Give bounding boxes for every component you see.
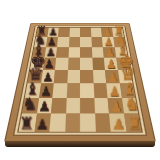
- square-c7[interactable]: ♟: [39, 83, 54, 98]
- square-e4[interactable]: [80, 58, 93, 70]
- chessboard: ♜♟♟♜♞♟♟♞♝♟♟♝♚♟♟♚♛♟♟♛♝♟♟♝♞♟♟♞♜♟♟♜: [4, 23, 156, 142]
- square-h6[interactable]: [58, 28, 69, 37]
- black-pawn-c7[interactable]: ♟: [39, 84, 53, 97]
- square-c2[interactable]: ♟: [106, 83, 121, 98]
- black-pawn-a7[interactable]: ♟: [34, 117, 49, 132]
- square-b7[interactable]: ♟: [36, 98, 52, 114]
- square-e6[interactable]: [55, 58, 68, 70]
- square-a2[interactable]: ♟: [109, 114, 126, 132]
- square-g4[interactable]: [80, 37, 91, 47]
- square-f6[interactable]: [56, 47, 68, 58]
- white-pawn-c2[interactable]: ♟: [108, 84, 122, 97]
- square-b2[interactable]: ♟: [108, 98, 124, 114]
- squares: ♜♟♟♜♞♟♟♞♝♟♟♝♚♟♟♚♛♟♟♛♝♟♟♝♞♟♟♞♜♟♟♜: [17, 27, 143, 132]
- square-a4[interactable]: [80, 114, 95, 132]
- black-pawn-b7[interactable]: ♟: [36, 100, 51, 114]
- white-pawn-e2[interactable]: ♟: [105, 58, 118, 70]
- square-e2[interactable]: ♟: [104, 58, 118, 70]
- black-rook-a8[interactable]: ♜: [19, 114, 34, 131]
- white-rook-a1[interactable]: ♜: [126, 114, 141, 131]
- black-pawn-d7[interactable]: ♟: [41, 71, 54, 84]
- square-b5[interactable]: [65, 98, 80, 114]
- square-a1[interactable]: ♜: [124, 114, 142, 132]
- square-b4[interactable]: [80, 98, 95, 114]
- square-a6[interactable]: [49, 114, 65, 132]
- square-a7[interactable]: ♟: [34, 114, 51, 132]
- square-d6[interactable]: [54, 70, 68, 83]
- white-knight-b1[interactable]: ♞: [124, 96, 139, 113]
- square-h4[interactable]: [80, 28, 91, 37]
- square-b1[interactable]: ♞: [121, 98, 138, 114]
- square-b3[interactable]: [94, 98, 109, 114]
- square-c4[interactable]: [80, 83, 94, 98]
- square-d3[interactable]: [93, 70, 107, 83]
- square-g3[interactable]: [91, 37, 103, 47]
- square-c6[interactable]: [52, 83, 66, 98]
- white-pawn-d2[interactable]: ♟: [106, 71, 119, 84]
- square-g5[interactable]: [69, 37, 80, 47]
- white-pawn-a2[interactable]: ♟: [111, 117, 126, 132]
- square-e5[interactable]: [68, 58, 81, 70]
- square-d4[interactable]: [80, 70, 93, 83]
- black-pawn-e7[interactable]: ♟: [43, 58, 56, 70]
- square-c5[interactable]: [66, 83, 80, 98]
- black-knight-b8[interactable]: ♞: [22, 96, 37, 113]
- square-e3[interactable]: [92, 58, 105, 70]
- square-f3[interactable]: [91, 47, 103, 58]
- square-e7[interactable]: ♟: [43, 58, 57, 70]
- square-f5[interactable]: [68, 47, 80, 58]
- square-d2[interactable]: ♟: [105, 70, 119, 83]
- square-a5[interactable]: [65, 114, 80, 132]
- square-a3[interactable]: [95, 114, 111, 132]
- square-f4[interactable]: [80, 47, 92, 58]
- square-b6[interactable]: [51, 98, 66, 114]
- square-d7[interactable]: ♟: [41, 70, 55, 83]
- board-front-edge: [5, 141, 155, 147]
- square-d5[interactable]: [67, 70, 80, 83]
- scene: ♜♟♟♜♞♟♟♞♝♟♟♝♚♟♟♚♛♟♟♛♝♟♟♝♞♟♟♞♜♟♟♜: [0, 0, 160, 160]
- square-g6[interactable]: [57, 37, 69, 47]
- square-h5[interactable]: [69, 28, 80, 37]
- white-pawn-b2[interactable]: ♟: [109, 100, 124, 114]
- square-c3[interactable]: [93, 83, 107, 98]
- photo-canvas: ♜♟♟♜♞♟♟♞♝♟♟♝♚♟♟♚♛♟♟♛♝♟♟♝♞♟♟♞♜♟♟♜: [0, 0, 160, 160]
